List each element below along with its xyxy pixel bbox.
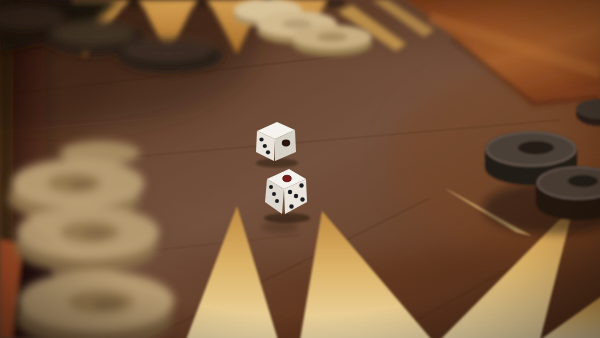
board-scene	[0, 0, 600, 338]
backgammon-board-photo	[0, 0, 600, 338]
vignette	[0, 0, 600, 338]
